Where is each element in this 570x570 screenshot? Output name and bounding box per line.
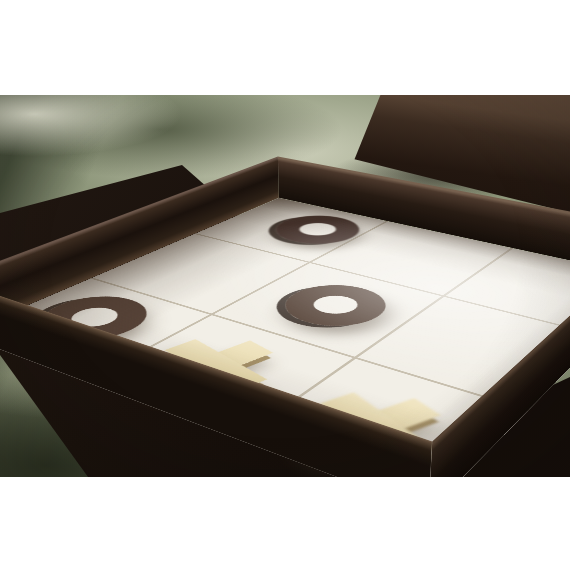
- o-piece[interactable]: ◯: [265, 278, 404, 335]
- photo-area: ◯ ◯ ◯ ✕ ✕: [0, 95, 570, 477]
- screenshot-canvas: ◯ ◯ ◯ ✕ ✕: [0, 0, 570, 570]
